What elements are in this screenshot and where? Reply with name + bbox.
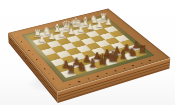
white-pawn[interactable]: ♟ <box>104 18 112 26</box>
chess-set-photo: ♜♞♝♛♚♝♞♜♟♟♟♟♟♟♟♟♟♟♟♟♟♟♟♟♜♞♝♛♚♝♞♜ <box>0 0 175 105</box>
white-pawn[interactable]: ♟ <box>95 21 103 30</box>
hinge-pin <box>25 58 26 61</box>
brown-knight[interactable]: ♞ <box>76 61 87 73</box>
square-a8[interactable]: ♜ <box>60 69 76 78</box>
brown-bishop[interactable]: ♝ <box>86 58 97 70</box>
square-h5[interactable] <box>114 35 129 42</box>
white-pawn[interactable]: ♟ <box>67 28 75 37</box>
white-pawn[interactable]: ♟ <box>37 35 45 44</box>
white-pawn[interactable]: ♟ <box>76 25 84 34</box>
chess-box: ♜♞♝♛♚♝♞♜♟♟♟♟♟♟♟♟♟♟♟♟♟♟♟♟♜♞♝♛♚♝♞♜ <box>8 9 170 92</box>
board-frame: ♜♞♝♛♚♝♞♜♟♟♟♟♟♟♟♟♟♟♟♟♟♟♟♟♜♞♝♛♚♝♞♜ <box>8 9 170 92</box>
white-pawn[interactable]: ♟ <box>47 33 55 42</box>
brown-rook[interactable]: ♜ <box>137 45 146 55</box>
brown-rook[interactable]: ♜ <box>66 65 76 76</box>
white-pawn[interactable]: ♟ <box>57 30 65 39</box>
white-pawn[interactable]: ♟ <box>86 23 94 32</box>
scene: ♜♞♝♛♚♝♞♜♟♟♟♟♟♟♟♟♟♟♟♟♟♟♟♟♜♞♝♛♚♝♞♜ <box>0 0 175 105</box>
